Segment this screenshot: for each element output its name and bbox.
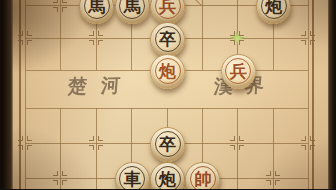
table-edge-right [328, 0, 336, 189]
piece-red-soldier[interactable]: 兵 [150, 0, 185, 24]
piece-glyph: 卒 [151, 23, 184, 56]
piece-glyph: 兵 [222, 55, 255, 88]
piece-red-general[interactable]: 帥 [185, 162, 220, 190]
piece-glyph: 卒 [151, 128, 184, 161]
piece-red-soldier[interactable]: 兵 [221, 54, 256, 89]
pieces: 馬馬兵炮卒炮兵卒車炮帥 [0, 0, 336, 189]
piece-black-horse[interactable]: 馬 [115, 0, 150, 24]
table-edge-left [0, 0, 13, 189]
piece-glyph: 馬 [116, 0, 149, 23]
piece-glyph: 車 [116, 163, 149, 190]
piece-black-horse[interactable]: 馬 [79, 0, 114, 24]
piece-glyph: 帥 [186, 163, 219, 190]
piece-black-cannon[interactable]: 炮 [256, 0, 291, 24]
piece-glyph: 兵 [151, 0, 184, 23]
piece-glyph: 馬 [80, 0, 113, 23]
piece-black-soldier[interactable]: 卒 [150, 22, 185, 57]
piece-black-soldier[interactable]: 卒 [150, 127, 185, 162]
piece-glyph: 炮 [151, 55, 184, 88]
xiangqi-board[interactable]: 楚河 漢界 馬馬兵炮卒炮兵卒車炮帥 [0, 0, 336, 189]
piece-red-cannon[interactable]: 炮 [150, 54, 185, 89]
piece-glyph: 炮 [257, 0, 290, 23]
piece-black-chariot[interactable]: 車 [115, 162, 150, 190]
piece-glyph: 炮 [151, 163, 184, 190]
piece-black-cannon[interactable]: 炮 [150, 162, 185, 190]
